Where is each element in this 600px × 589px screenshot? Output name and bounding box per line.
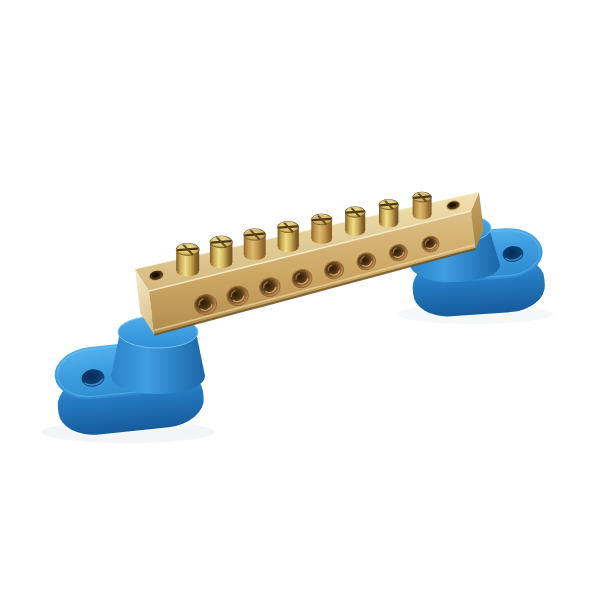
terminal-screw [176, 243, 199, 276]
terminal-screw [311, 214, 332, 244]
terminal-screw [210, 236, 232, 268]
terminal-screw [345, 207, 365, 236]
mount-left [52, 316, 206, 439]
terminal-screw [413, 192, 432, 219]
terminal-screw [244, 229, 266, 260]
product-photo-stage [0, 0, 600, 589]
terminal-screw [379, 200, 398, 228]
busbar-product-photo [0, 0, 600, 589]
terminal-screw [278, 222, 299, 253]
